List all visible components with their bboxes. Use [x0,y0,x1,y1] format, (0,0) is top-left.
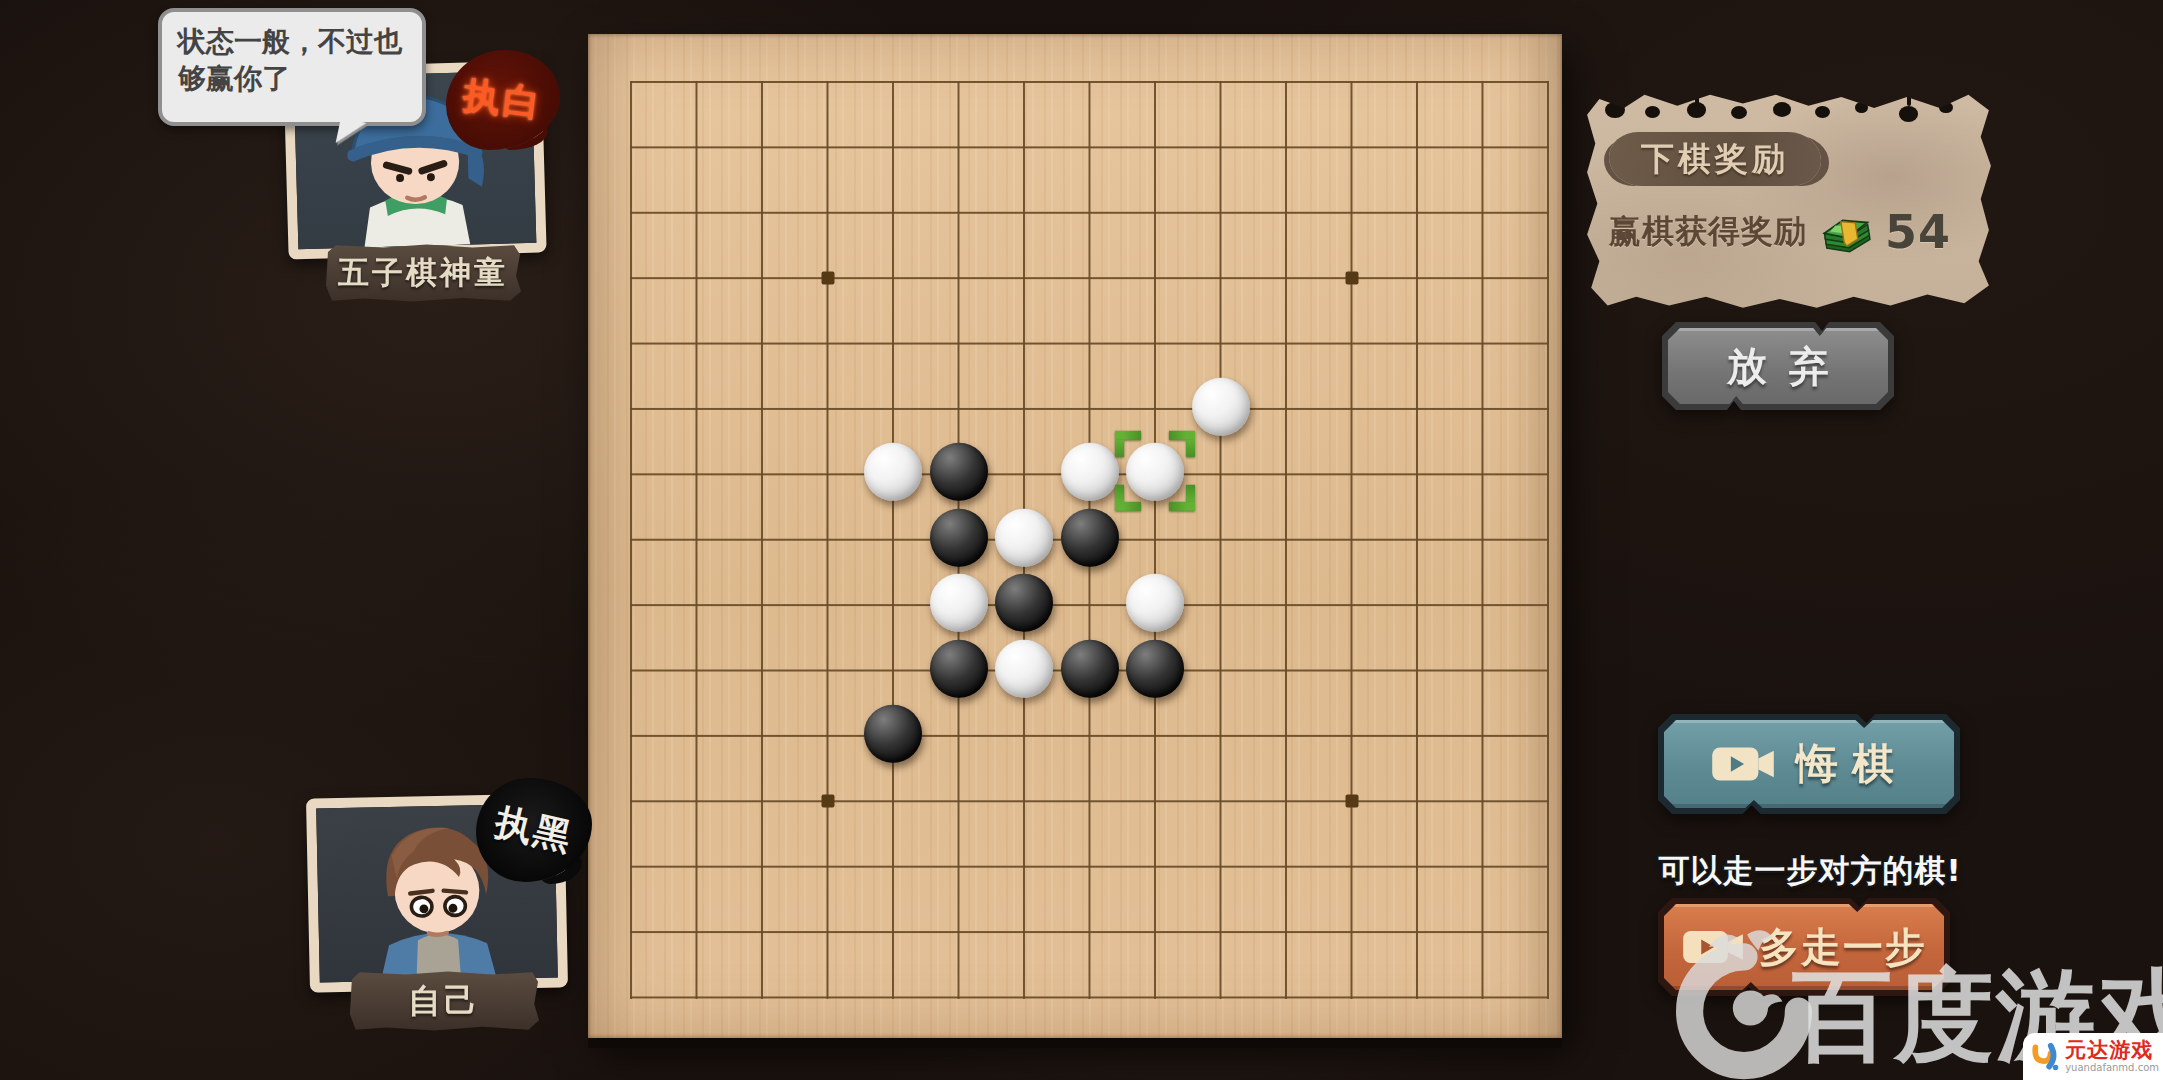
game-screen: 状态一般，不过也够赢你了 执白 五子棋神童 [0,0,2163,1080]
stone-white [930,574,988,632]
tip-text: 可以走一步对方的棋! [1658,852,1961,888]
yuanda-badge-url: yuandafanmd.com [2065,1063,2159,1073]
punch-hole [1605,102,1625,118]
opponent-nameplate: 五子棋神童 [324,244,522,302]
opponent-name-text: 五子棋神童 [338,252,508,294]
stone-black [1126,639,1184,697]
star-point [821,795,834,808]
stone-white [995,639,1053,697]
punch-hole [1731,106,1747,119]
stone-black [930,443,988,501]
punch-hole-tear [1695,90,1699,106]
extra-move-label: 多走一步 [1759,920,1927,975]
gomoku-board[interactable] [588,34,1562,1038]
paper-punch-holes [1583,102,1993,128]
stone-white [1126,574,1184,632]
reward-amount: 54 [1885,205,1951,259]
reward-line: 赢棋获得奖励 54 [1609,204,1979,260]
player-nameplate: 自己 [348,971,540,1031]
stone-black [1061,508,1119,566]
stamp-white-text: 执白 [460,70,545,129]
punch-hole [1855,102,1868,113]
punch-hole [1773,102,1791,117]
stone-black [930,639,988,697]
money-stack-icon [1817,210,1875,254]
punch-hole [1939,102,1953,113]
reward-title-text: 下棋奖励 [1641,137,1789,182]
punch-hole-tear [1907,90,1911,106]
extra-move-tip: 可以走一步对方的棋! [1636,850,1984,892]
star-point [1345,272,1358,285]
undo-label: 悔棋 [1790,736,1908,792]
stone-white [995,508,1053,566]
opponent-speech-text: 状态一般，不过也够赢你了 [178,25,402,95]
stone-white [864,443,922,501]
opponent-speech-bubble: 状态一般，不过也够赢你了 [158,8,426,126]
video-ad-icon [1681,925,1745,969]
give-up-button[interactable]: 放弃 [1662,322,1894,410]
yuanda-logo-icon [2029,1038,2061,1076]
last-move-marker [1115,431,1195,511]
give-up-label: 放弃 [1705,339,1851,394]
yuanda-badge-text: 元达游戏 [2065,1040,2153,1061]
reward-panel: 下棋奖励 赢棋获得奖励 54 [1583,88,1993,310]
extra-move-button[interactable]: 多走一步 [1658,898,1950,996]
reward-line-text: 赢棋获得奖励 [1609,210,1807,254]
stone-white [1192,378,1250,436]
player-name-text: 自己 [408,979,480,1024]
punch-hole [1899,106,1918,122]
punch-hole [1815,106,1830,118]
stone-black [930,508,988,566]
star-point [821,272,834,285]
stone-black [995,574,1053,632]
yuanda-games-badge: 元达游戏 yuandafanmd.com [2023,1033,2163,1080]
reward-title-badge: 下棋奖励 [1609,132,1821,186]
punch-hole [1645,106,1660,118]
player-side-stamp: 执黑 [476,778,592,882]
stone-black [1061,639,1119,697]
undo-move-button[interactable]: 悔棋 [1658,714,1960,814]
stone-white [1061,443,1119,501]
stone-black [864,705,922,763]
opponent-side-stamp: 执白 [446,50,560,150]
star-point [1345,795,1358,808]
video-ad-icon [1710,741,1776,787]
